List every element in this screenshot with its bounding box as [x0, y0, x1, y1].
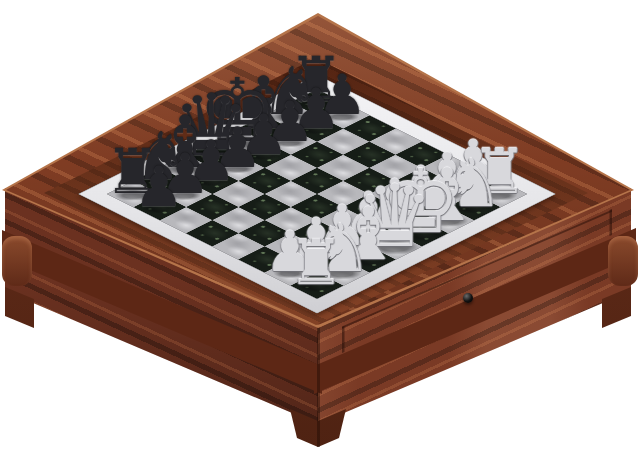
box-molding-cap-right: [608, 236, 638, 286]
drawer-knob[interactable]: [463, 293, 473, 303]
box-molding-cap-left: [2, 236, 32, 286]
chess-box-scene: ♜♞♝♛♚♝♞♜♟♟♟♟♟♟♟♟♟♟♟♟♟♟♟♟♜♞♝♛♚♝♞♜: [0, 0, 640, 460]
